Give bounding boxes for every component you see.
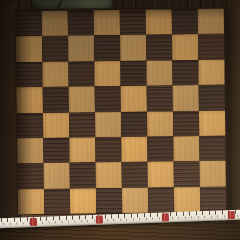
square-b2 (44, 163, 70, 189)
square-d4 (95, 112, 121, 138)
ruler-red-mark (30, 218, 37, 226)
square-f5 (147, 86, 173, 112)
square-b3 (43, 138, 69, 164)
square-d1 (96, 188, 122, 214)
square-b5 (43, 87, 69, 113)
square-c2 (70, 163, 96, 189)
square-g6 (172, 60, 198, 86)
square-c5 (69, 86, 95, 112)
square-d5 (95, 86, 121, 112)
square-b1 (44, 188, 70, 214)
square-a7 (16, 36, 42, 62)
square-e3 (121, 137, 147, 163)
square-a1 (18, 189, 44, 215)
square-g8 (172, 9, 198, 35)
square-h1 (200, 186, 226, 212)
square-e6 (120, 60, 146, 86)
square-b7 (42, 36, 68, 62)
chessboard (15, 7, 230, 220)
square-h6 (198, 59, 224, 85)
square-a3 (17, 138, 43, 164)
chessboard-squares (16, 9, 226, 215)
square-h2 (200, 161, 226, 187)
square-g3 (173, 136, 199, 162)
square-b4 (43, 112, 69, 138)
square-c6 (68, 61, 94, 87)
square-h7 (198, 34, 224, 60)
square-f2 (148, 162, 174, 188)
square-a6 (16, 62, 42, 88)
square-d2 (96, 162, 122, 188)
square-a2 (18, 163, 44, 189)
square-b8 (42, 11, 68, 37)
square-d6 (94, 61, 120, 87)
square-e8 (120, 10, 146, 36)
square-f8 (146, 9, 172, 35)
ruler-red-mark (96, 216, 103, 224)
square-c8 (68, 10, 94, 36)
square-e4 (121, 111, 147, 137)
square-a8 (16, 11, 42, 37)
square-h5 (199, 85, 225, 111)
square-e1 (122, 187, 148, 213)
square-f7 (146, 35, 172, 61)
square-d7 (94, 35, 120, 61)
square-c1 (70, 188, 96, 214)
square-f1 (148, 187, 174, 213)
square-a5 (17, 87, 43, 113)
square-d8 (94, 10, 120, 36)
photo-scene (0, 0, 240, 240)
square-h4 (199, 110, 225, 136)
ruler-red-mark (162, 213, 169, 221)
square-e5 (121, 86, 147, 112)
square-g7 (172, 34, 198, 60)
square-g5 (173, 85, 199, 111)
square-c4 (69, 112, 95, 138)
ruler-red-mark (228, 211, 235, 219)
square-c7 (68, 36, 94, 62)
square-e2 (122, 162, 148, 188)
square-e7 (120, 35, 146, 61)
square-f6 (146, 60, 172, 86)
square-d3 (95, 137, 121, 163)
square-a4 (17, 112, 43, 138)
square-h3 (199, 136, 225, 162)
square-c3 (69, 137, 95, 163)
square-f3 (147, 136, 173, 162)
square-h8 (198, 9, 224, 35)
square-g1 (174, 187, 200, 213)
square-b6 (42, 61, 68, 87)
square-g4 (173, 111, 199, 137)
square-g2 (174, 161, 200, 187)
square-f4 (147, 111, 173, 137)
